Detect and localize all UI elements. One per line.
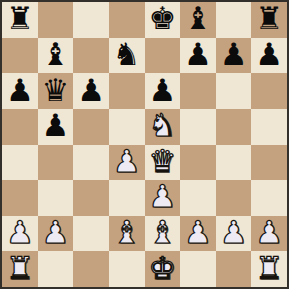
- square-a7[interactable]: [2, 38, 38, 74]
- square-b4[interactable]: [38, 145, 74, 181]
- square-a8[interactable]: ♜: [2, 2, 38, 38]
- square-e3[interactable]: ♟: [145, 180, 181, 216]
- square-c8[interactable]: [73, 2, 109, 38]
- white-pawn[interactable]: ♟: [6, 217, 34, 248]
- white-rook[interactable]: ♜: [6, 253, 34, 284]
- square-a3[interactable]: [2, 180, 38, 216]
- square-f4[interactable]: [180, 145, 216, 181]
- square-a2[interactable]: ♟: [2, 216, 38, 252]
- square-c2[interactable]: [73, 216, 109, 252]
- square-h6[interactable]: [251, 73, 287, 109]
- square-a5[interactable]: [2, 109, 38, 145]
- black-queen[interactable]: ♛: [42, 75, 70, 106]
- square-h7[interactable]: ♟: [251, 38, 287, 74]
- square-b8[interactable]: [38, 2, 74, 38]
- white-bishop[interactable]: ♝: [148, 217, 176, 248]
- square-f5[interactable]: [180, 109, 216, 145]
- square-h3[interactable]: [251, 180, 287, 216]
- square-g1[interactable]: [216, 251, 252, 287]
- square-g8[interactable]: [216, 2, 252, 38]
- chess-board-container: ♜♚♝♜♝♞♟♟♟♟♛♟♟♟♞♟♛♟♟♟♝♝♟♟♟♜♚♜: [0, 0, 289, 289]
- square-f2[interactable]: ♟: [180, 216, 216, 252]
- square-f6[interactable]: [180, 73, 216, 109]
- square-d1[interactable]: [109, 251, 145, 287]
- square-e5[interactable]: ♞: [145, 109, 181, 145]
- square-e4[interactable]: ♛: [145, 145, 181, 181]
- black-pawn[interactable]: ♟: [220, 39, 248, 70]
- square-g4[interactable]: [216, 145, 252, 181]
- square-e1[interactable]: ♚: [145, 251, 181, 287]
- square-g6[interactable]: [216, 73, 252, 109]
- white-queen[interactable]: ♛: [148, 146, 176, 177]
- square-e8[interactable]: ♚: [145, 2, 181, 38]
- black-pawn[interactable]: ♟: [148, 75, 176, 106]
- black-knight[interactable]: ♞: [113, 39, 141, 70]
- chess-board: ♜♚♝♜♝♞♟♟♟♟♛♟♟♟♞♟♛♟♟♟♝♝♟♟♟♜♚♜: [0, 0, 289, 289]
- square-d8[interactable]: [109, 2, 145, 38]
- square-b2[interactable]: ♟: [38, 216, 74, 252]
- black-bishop[interactable]: ♝: [42, 39, 70, 70]
- black-pawn[interactable]: ♟: [42, 110, 70, 141]
- square-f1[interactable]: [180, 251, 216, 287]
- square-a1[interactable]: ♜: [2, 251, 38, 287]
- square-b7[interactable]: ♝: [38, 38, 74, 74]
- white-king[interactable]: ♚: [148, 253, 176, 284]
- square-d5[interactable]: [109, 109, 145, 145]
- square-d2[interactable]: ♝: [109, 216, 145, 252]
- black-pawn[interactable]: ♟: [255, 39, 283, 70]
- square-a6[interactable]: ♟: [2, 73, 38, 109]
- white-pawn[interactable]: ♟: [255, 217, 283, 248]
- square-e6[interactable]: ♟: [145, 73, 181, 109]
- square-b1[interactable]: [38, 251, 74, 287]
- square-g7[interactable]: ♟: [216, 38, 252, 74]
- square-d4[interactable]: ♟: [109, 145, 145, 181]
- black-king[interactable]: ♚: [148, 3, 176, 34]
- square-a4[interactable]: [2, 145, 38, 181]
- square-h4[interactable]: [251, 145, 287, 181]
- square-c4[interactable]: [73, 145, 109, 181]
- square-h1[interactable]: ♜: [251, 251, 287, 287]
- white-pawn[interactable]: ♟: [148, 181, 176, 212]
- square-d7[interactable]: ♞: [109, 38, 145, 74]
- square-e2[interactable]: ♝: [145, 216, 181, 252]
- black-rook[interactable]: ♜: [255, 3, 283, 34]
- square-b6[interactable]: ♛: [38, 73, 74, 109]
- white-pawn[interactable]: ♟: [113, 146, 141, 177]
- square-c5[interactable]: [73, 109, 109, 145]
- square-e7[interactable]: [145, 38, 181, 74]
- square-h8[interactable]: ♜: [251, 2, 287, 38]
- square-c1[interactable]: [73, 251, 109, 287]
- square-h5[interactable]: [251, 109, 287, 145]
- square-g5[interactable]: [216, 109, 252, 145]
- square-d6[interactable]: [109, 73, 145, 109]
- square-b5[interactable]: ♟: [38, 109, 74, 145]
- square-g2[interactable]: ♟: [216, 216, 252, 252]
- square-c7[interactable]: [73, 38, 109, 74]
- square-g3[interactable]: [216, 180, 252, 216]
- white-rook[interactable]: ♜: [255, 253, 283, 284]
- square-c6[interactable]: ♟: [73, 73, 109, 109]
- black-pawn[interactable]: ♟: [6, 75, 34, 106]
- white-knight[interactable]: ♞: [148, 110, 176, 141]
- square-c3[interactable]: [73, 180, 109, 216]
- black-pawn[interactable]: ♟: [77, 75, 105, 106]
- white-pawn[interactable]: ♟: [184, 217, 212, 248]
- square-d3[interactable]: [109, 180, 145, 216]
- square-f3[interactable]: [180, 180, 216, 216]
- white-pawn[interactable]: ♟: [42, 217, 70, 248]
- square-f8[interactable]: ♝: [180, 2, 216, 38]
- white-bishop[interactable]: ♝: [113, 217, 141, 248]
- square-b3[interactable]: [38, 180, 74, 216]
- white-pawn[interactable]: ♟: [220, 217, 248, 248]
- square-h2[interactable]: ♟: [251, 216, 287, 252]
- black-bishop[interactable]: ♝: [184, 3, 212, 34]
- square-f7[interactable]: ♟: [180, 38, 216, 74]
- black-pawn[interactable]: ♟: [184, 39, 212, 70]
- black-rook[interactable]: ♜: [6, 3, 34, 34]
